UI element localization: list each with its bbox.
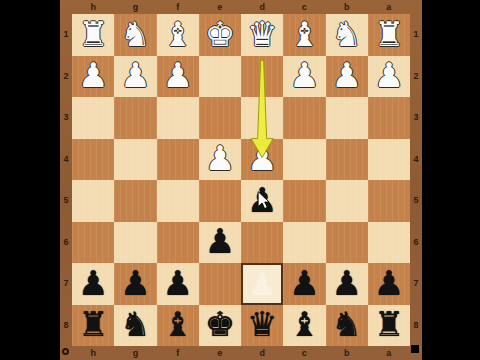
square-h3[interactable] — [72, 97, 114, 139]
rank-label-1: 1 — [410, 14, 422, 56]
square-b5[interactable] — [326, 180, 368, 222]
square-g4[interactable] — [114, 139, 156, 181]
file-label-h: h — [72, 346, 114, 360]
file-label-a: a — [368, 346, 410, 360]
square-h1[interactable]: ♜ — [72, 14, 114, 56]
square-b4[interactable] — [326, 139, 368, 181]
square-a6[interactable] — [368, 222, 410, 264]
rank-label-7: 7 — [410, 263, 422, 305]
file-label-c: c — [283, 0, 325, 14]
file-label-g: g — [114, 346, 156, 360]
square-g8[interactable]: ♞ — [114, 305, 156, 347]
rank-label-2: 2 — [60, 56, 72, 98]
square-d4[interactable]: ♟ — [241, 139, 283, 181]
square-f6[interactable] — [157, 222, 199, 264]
rank-label-3: 3 — [60, 97, 72, 139]
square-c1[interactable]: ♝ — [283, 14, 325, 56]
white-pawn[interactable]: ♟ — [162, 58, 192, 92]
black-pawn[interactable]: ♟ — [247, 183, 277, 217]
white-bishop[interactable]: ♝ — [162, 17, 192, 51]
rank-label-6: 6 — [410, 222, 422, 264]
square-c5[interactable] — [283, 180, 325, 222]
rank-label-8: 8 — [410, 305, 422, 347]
square-e7[interactable] — [199, 263, 241, 305]
white-bishop[interactable]: ♝ — [289, 17, 319, 51]
white-rook[interactable]: ♜ — [78, 17, 108, 51]
square-f4[interactable] — [157, 139, 199, 181]
file-label-f: f — [157, 0, 199, 14]
square-a4[interactable] — [368, 139, 410, 181]
white-pawn[interactable]: ♟ — [289, 58, 319, 92]
file-label-c: c — [283, 346, 325, 360]
square-c8[interactable]: ♝ — [283, 305, 325, 347]
file-label-d: d — [241, 0, 283, 14]
square-c6[interactable] — [283, 222, 325, 264]
square-g7[interactable]: ♟ — [114, 263, 156, 305]
square-d7[interactable]: ♟ — [241, 263, 283, 305]
square-e8[interactable]: ♚ — [199, 305, 241, 347]
square-g3[interactable] — [114, 97, 156, 139]
square-h5[interactable] — [72, 180, 114, 222]
file-label-g: g — [114, 0, 156, 14]
square-h2[interactable]: ♟ — [72, 56, 114, 98]
file-label-a: a — [368, 0, 410, 14]
square-e4[interactable]: ♟ — [199, 139, 241, 181]
white-rook[interactable]: ♜ — [374, 17, 404, 51]
square-e3[interactable] — [199, 97, 241, 139]
square-d2[interactable] — [241, 56, 283, 98]
rank-label-6: 6 — [60, 222, 72, 264]
square-b6[interactable] — [326, 222, 368, 264]
square-d1[interactable]: ♛ — [241, 14, 283, 56]
rank-label-8: 8 — [60, 305, 72, 347]
square-a8[interactable]: ♜ — [368, 305, 410, 347]
square-d6[interactable] — [241, 222, 283, 264]
white-pawn[interactable]: ♟ — [78, 58, 108, 92]
square-b8[interactable]: ♞ — [326, 305, 368, 347]
white-king[interactable]: ♚ — [205, 17, 235, 51]
square-d5[interactable]: ♟ — [241, 180, 283, 222]
black-knight[interactable]: ♞ — [331, 307, 361, 341]
rank-label-3: 3 — [410, 97, 422, 139]
black-bishop[interactable]: ♝ — [162, 307, 192, 341]
square-h4[interactable] — [72, 139, 114, 181]
black-king[interactable]: ♚ — [205, 307, 235, 341]
square-c3[interactable] — [283, 97, 325, 139]
square-b1[interactable]: ♞ — [326, 14, 368, 56]
square-f5[interactable] — [157, 180, 199, 222]
rank-label-1: 1 — [60, 14, 72, 56]
chess-board[interactable]: ♜♞♝♚♛♝♞♜♟♟♟♟♟♟♟♟♟♟♟♟♟♟♟♟♟♜♞♝♚♛♝♞♜ — [72, 14, 410, 346]
square-e2[interactable] — [199, 56, 241, 98]
file-label-h: h — [72, 0, 114, 14]
white-pawn[interactable]: ♟ — [247, 141, 277, 175]
square-e1[interactable]: ♚ — [199, 14, 241, 56]
square-a5[interactable] — [368, 180, 410, 222]
white-pawn[interactable]: ♟ — [205, 141, 235, 175]
square-a7[interactable]: ♟ — [368, 263, 410, 305]
square-h7[interactable]: ♟ — [72, 263, 114, 305]
rank-label-5: 5 — [60, 180, 72, 222]
rank-label-4: 4 — [60, 139, 72, 181]
rank-label-7: 7 — [60, 263, 72, 305]
black-bishop[interactable]: ♝ — [289, 307, 319, 341]
square-d3[interactable] — [241, 97, 283, 139]
square-f1[interactable]: ♝ — [157, 14, 199, 56]
rank-label-5: 5 — [410, 180, 422, 222]
file-labels-bottom: hgfedcba — [72, 346, 410, 360]
black-pawn[interactable]: ♟ — [374, 266, 404, 300]
square-h6[interactable] — [72, 222, 114, 264]
file-label-e: e — [199, 346, 241, 360]
square-a2[interactable]: ♟ — [368, 56, 410, 98]
black-rook[interactable]: ♜ — [78, 307, 108, 341]
square-c7[interactable]: ♟ — [283, 263, 325, 305]
square-g5[interactable] — [114, 180, 156, 222]
square-a1[interactable]: ♜ — [368, 14, 410, 56]
white-queen[interactable]: ♛ — [247, 17, 277, 51]
chess-board-frame: hgfedcba 12345678 12345678 hgfedcba ♜♞♝♚… — [60, 0, 422, 360]
black-pawn[interactable]: ♟ — [162, 266, 192, 300]
file-label-b: b — [326, 346, 368, 360]
file-label-e: e — [199, 0, 241, 14]
black-queen[interactable]: ♛ — [247, 307, 277, 341]
white-pawn[interactable]: ♟ — [120, 58, 150, 92]
square-b2[interactable]: ♟ — [326, 56, 368, 98]
square-f3[interactable] — [157, 97, 199, 139]
black-rook[interactable]: ♜ — [374, 307, 404, 341]
square-e6[interactable]: ♟ — [199, 222, 241, 264]
black-pawn[interactable]: ♟ — [120, 266, 150, 300]
frame-corner-square-mark — [411, 345, 419, 353]
square-g6[interactable] — [114, 222, 156, 264]
square-b3[interactable] — [326, 97, 368, 139]
square-f7[interactable]: ♟ — [157, 263, 199, 305]
square-a3[interactable] — [368, 97, 410, 139]
square-d8[interactable]: ♛ — [241, 305, 283, 347]
white-knight[interactable]: ♞ — [331, 17, 361, 51]
square-e5[interactable] — [199, 180, 241, 222]
black-knight[interactable]: ♞ — [120, 307, 150, 341]
rank-label-4: 4 — [410, 139, 422, 181]
file-label-b: b — [326, 0, 368, 14]
file-label-d: d — [241, 346, 283, 360]
rank-label-2: 2 — [410, 56, 422, 98]
rank-labels-right: 12345678 — [410, 14, 422, 346]
square-f8[interactable]: ♝ — [157, 305, 199, 347]
black-pawn[interactable]: ♟ — [205, 224, 235, 258]
rank-labels-left: 12345678 — [60, 14, 72, 346]
frame-corner-ring-mark — [62, 348, 69, 355]
black-pawn[interactable]: ♟ — [78, 266, 108, 300]
ghost-white-pawn: ♟ — [241, 263, 283, 305]
white-pawn[interactable]: ♟ — [331, 58, 361, 92]
square-b7[interactable]: ♟ — [326, 263, 368, 305]
square-c4[interactable] — [283, 139, 325, 181]
square-g1[interactable]: ♞ — [114, 14, 156, 56]
square-g2[interactable]: ♟ — [114, 56, 156, 98]
square-h8[interactable]: ♜ — [72, 305, 114, 347]
black-pawn[interactable]: ♟ — [289, 266, 319, 300]
white-pawn[interactable]: ♟ — [374, 58, 404, 92]
white-knight[interactable]: ♞ — [120, 17, 150, 51]
file-labels-top: hgfedcba — [72, 0, 410, 14]
black-pawn[interactable]: ♟ — [331, 266, 361, 300]
square-c2[interactable]: ♟ — [283, 56, 325, 98]
square-f2[interactable]: ♟ — [157, 56, 199, 98]
file-label-f: f — [157, 346, 199, 360]
